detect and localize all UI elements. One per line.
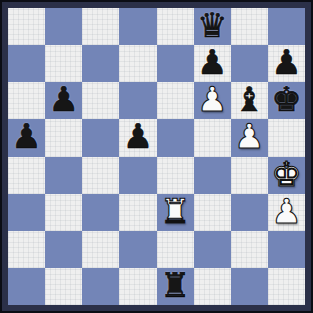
square-c5[interactable]	[82, 119, 119, 156]
square-f5[interactable]	[194, 119, 231, 156]
square-b6[interactable]: ♟	[45, 82, 82, 119]
square-c1[interactable]	[82, 268, 119, 305]
square-g2[interactable]	[231, 231, 268, 268]
white-pawn[interactable]: ♟	[197, 82, 227, 116]
square-h7[interactable]: ♟	[268, 45, 305, 82]
square-d5[interactable]: ♟	[119, 119, 156, 156]
black-bishop[interactable]: ♝	[234, 82, 264, 116]
white-pawn[interactable]: ♟	[234, 119, 264, 153]
square-h5[interactable]	[268, 119, 305, 156]
black-pawn[interactable]: ♟	[11, 119, 41, 153]
white-rook[interactable]: ♜	[160, 194, 190, 228]
black-king[interactable]: ♚	[271, 82, 301, 116]
square-g8[interactable]	[231, 8, 268, 45]
square-e8[interactable]	[157, 8, 194, 45]
square-g1[interactable]	[231, 268, 268, 305]
square-g7[interactable]	[231, 45, 268, 82]
square-d3[interactable]	[119, 194, 156, 231]
square-b8[interactable]	[45, 8, 82, 45]
white-pawn[interactable]: ♟	[271, 194, 301, 228]
square-b4[interactable]	[45, 157, 82, 194]
square-a6[interactable]	[8, 82, 45, 119]
square-b3[interactable]	[45, 194, 82, 231]
square-e4[interactable]	[157, 157, 194, 194]
square-h4[interactable]: ♚	[268, 157, 305, 194]
black-pawn[interactable]: ♟	[48, 82, 78, 116]
square-a8[interactable]	[8, 8, 45, 45]
square-d2[interactable]	[119, 231, 156, 268]
square-f6[interactable]: ♟	[194, 82, 231, 119]
square-c3[interactable]	[82, 194, 119, 231]
black-pawn[interactable]: ♟	[271, 45, 301, 79]
square-a5[interactable]: ♟	[8, 119, 45, 156]
square-a3[interactable]	[8, 194, 45, 231]
square-h1[interactable]	[268, 268, 305, 305]
square-d8[interactable]	[119, 8, 156, 45]
square-g4[interactable]	[231, 157, 268, 194]
square-b1[interactable]	[45, 268, 82, 305]
square-f4[interactable]	[194, 157, 231, 194]
square-b2[interactable]	[45, 231, 82, 268]
square-b5[interactable]	[45, 119, 82, 156]
white-king[interactable]: ♚	[271, 157, 301, 191]
black-pawn[interactable]: ♟	[197, 45, 227, 79]
square-f3[interactable]	[194, 194, 231, 231]
square-e2[interactable]	[157, 231, 194, 268]
square-e3[interactable]: ♜	[157, 194, 194, 231]
square-a4[interactable]	[8, 157, 45, 194]
square-a1[interactable]	[8, 268, 45, 305]
square-c7[interactable]	[82, 45, 119, 82]
square-h2[interactable]	[268, 231, 305, 268]
square-g5[interactable]: ♟	[231, 119, 268, 156]
black-queen[interactable]: ♛	[197, 8, 227, 42]
square-f1[interactable]	[194, 268, 231, 305]
square-c4[interactable]	[82, 157, 119, 194]
square-e6[interactable]	[157, 82, 194, 119]
square-d6[interactable]	[119, 82, 156, 119]
square-c8[interactable]	[82, 8, 119, 45]
square-e1[interactable]: ♜	[157, 268, 194, 305]
square-c2[interactable]	[82, 231, 119, 268]
square-f2[interactable]	[194, 231, 231, 268]
square-d1[interactable]	[119, 268, 156, 305]
square-g6[interactable]: ♝	[231, 82, 268, 119]
square-d7[interactable]	[119, 45, 156, 82]
black-rook[interactable]: ♜	[160, 268, 190, 302]
square-a7[interactable]	[8, 45, 45, 82]
square-d4[interactable]	[119, 157, 156, 194]
black-pawn[interactable]: ♟	[123, 119, 153, 153]
chess-board: ♛♟♟♟♟♝♚♟♟♟♚♜♟♜	[8, 8, 305, 305]
square-b7[interactable]	[45, 45, 82, 82]
chess-board-frame: ♛♟♟♟♟♝♚♟♟♟♚♜♟♜	[0, 0, 313, 313]
square-c6[interactable]	[82, 82, 119, 119]
square-h6[interactable]: ♚	[268, 82, 305, 119]
square-e5[interactable]	[157, 119, 194, 156]
square-a2[interactable]	[8, 231, 45, 268]
square-f7[interactable]: ♟	[194, 45, 231, 82]
square-h3[interactable]: ♟	[268, 194, 305, 231]
square-h8[interactable]	[268, 8, 305, 45]
square-f8[interactable]: ♛	[194, 8, 231, 45]
square-e7[interactable]	[157, 45, 194, 82]
square-g3[interactable]	[231, 194, 268, 231]
